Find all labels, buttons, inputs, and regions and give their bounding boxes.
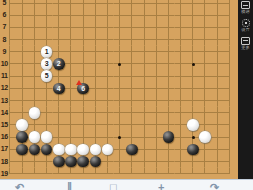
board-cell[interactable] [175, 58, 187, 70]
board-cell[interactable] [28, 82, 40, 94]
stone-black-numbered: 4 [53, 83, 65, 95]
board-cell[interactable] [89, 168, 101, 180]
board-cell[interactable] [89, 33, 101, 45]
stone-white [199, 131, 211, 143]
board-cell[interactable] [138, 119, 150, 131]
stone-white [29, 131, 41, 143]
board-cell[interactable] [114, 119, 126, 131]
board-cell[interactable] [175, 107, 187, 119]
board-cell[interactable] [16, 155, 28, 167]
board-cell[interactable] [150, 82, 162, 94]
board-cell[interactable] [89, 107, 101, 119]
board-cell[interactable] [65, 46, 77, 58]
stone-white [16, 119, 28, 131]
go-review-screen: 5678910111213141516171819123456 棋谱 设置 更多… [0, 0, 253, 190]
board-cell[interactable] [126, 9, 138, 21]
board-cell[interactable] [223, 119, 235, 131]
board-cell[interactable] [211, 155, 223, 167]
row-label: 19 [0, 170, 9, 178]
board-cell[interactable] [187, 21, 199, 33]
board-cell[interactable] [16, 168, 28, 180]
board-cell[interactable] [16, 94, 28, 106]
board-cell[interactable] [138, 143, 150, 155]
board-cell[interactable] [223, 155, 235, 167]
board-cell[interactable] [223, 70, 235, 82]
board-cell[interactable] [199, 33, 211, 45]
board-cell[interactable] [199, 82, 211, 94]
board-cell[interactable] [65, 70, 77, 82]
board-cell[interactable] [162, 168, 174, 180]
board-cell[interactable] [211, 21, 223, 33]
board-cell[interactable] [40, 21, 52, 33]
board-cell[interactable] [53, 131, 65, 143]
board-cell[interactable] [199, 46, 211, 58]
row-label: 17 [0, 145, 9, 153]
board-cell[interactable] [28, 119, 40, 131]
board-cell[interactable] [16, 107, 28, 119]
board-cell[interactable] [28, 155, 40, 167]
board-cell[interactable] [16, 46, 28, 58]
stone-white [65, 144, 77, 156]
board-cell[interactable] [187, 46, 199, 58]
board-cell[interactable] [162, 155, 174, 167]
board-cell[interactable] [114, 46, 126, 58]
stone-black [16, 131, 28, 143]
board-cell[interactable] [77, 21, 89, 33]
board-cell[interactable] [187, 82, 199, 94]
board-cell[interactable] [89, 46, 101, 58]
stone-white-numbered: 3 [41, 58, 53, 70]
board-cell[interactable] [138, 107, 150, 119]
board-cell[interactable] [65, 0, 77, 9]
board-cell[interactable] [40, 82, 52, 94]
board-cell[interactable] [223, 0, 235, 9]
board-cell[interactable] [53, 0, 65, 9]
board-cell[interactable] [223, 107, 235, 119]
board-cell[interactable] [150, 46, 162, 58]
board-cell[interactable] [175, 168, 187, 180]
board-cell[interactable] [162, 107, 174, 119]
row-label: 9 [0, 48, 9, 56]
board-cell[interactable] [28, 0, 40, 9]
board-cell[interactable] [223, 33, 235, 45]
board-cell[interactable] [150, 143, 162, 155]
board-cell[interactable] [126, 119, 138, 131]
board-cell[interactable] [40, 33, 52, 45]
board-cell[interactable] [199, 9, 211, 21]
board-cell[interactable] [114, 94, 126, 106]
board-cell[interactable] [65, 107, 77, 119]
board-cell[interactable] [126, 82, 138, 94]
stone-white-numbered: 1 [41, 46, 53, 58]
board-record-icon [241, 1, 250, 9]
board-cell[interactable] [89, 58, 101, 70]
board-cell[interactable] [175, 143, 187, 155]
board-cell[interactable] [28, 94, 40, 106]
stone-black-numbered: 2 [53, 58, 65, 70]
bottom-toolbar: ↶∥□+↷ [0, 179, 253, 190]
board-cell[interactable] [114, 0, 126, 9]
board-cell[interactable] [65, 33, 77, 45]
board-cell[interactable] [175, 9, 187, 21]
board-cell[interactable] [16, 82, 28, 94]
board-cell[interactable] [175, 70, 187, 82]
board-cell[interactable] [28, 168, 40, 180]
board-cell[interactable] [187, 168, 199, 180]
board-cell[interactable] [175, 119, 187, 131]
board-cell[interactable] [138, 82, 150, 94]
stone-white [53, 144, 65, 156]
board-cell[interactable] [77, 58, 89, 70]
board-cell[interactable] [223, 9, 235, 21]
board-cell[interactable] [114, 9, 126, 21]
board-cell[interactable] [114, 107, 126, 119]
board-cell[interactable] [126, 94, 138, 106]
stone-white [77, 144, 89, 156]
board-cell[interactable] [187, 70, 199, 82]
board-cell[interactable] [162, 33, 174, 45]
board-cell[interactable] [126, 58, 138, 70]
board-cell[interactable] [53, 107, 65, 119]
board-cell[interactable] [150, 119, 162, 131]
board-cell[interactable] [16, 21, 28, 33]
board-cell[interactable] [114, 168, 126, 180]
board-cell[interactable] [89, 82, 101, 94]
board-cell[interactable] [114, 21, 126, 33]
board-cell[interactable] [199, 70, 211, 82]
board-cell[interactable] [211, 70, 223, 82]
board-cell[interactable] [150, 33, 162, 45]
board-cell[interactable] [138, 46, 150, 58]
board-cell[interactable] [16, 0, 28, 9]
board-cell[interactable] [65, 82, 77, 94]
sidebar-item-more[interactable]: 更多 [238, 37, 253, 51]
board-cell[interactable] [126, 46, 138, 58]
board-cell[interactable] [89, 131, 101, 143]
board-cell[interactable] [211, 131, 223, 143]
row-label: 10 [0, 60, 9, 68]
board-cell[interactable] [126, 33, 138, 45]
board-cell[interactable] [199, 119, 211, 131]
board-cell[interactable] [40, 119, 52, 131]
board-cell[interactable] [89, 21, 101, 33]
board-cell[interactable] [126, 155, 138, 167]
board-cell[interactable] [150, 70, 162, 82]
board-cell[interactable] [150, 58, 162, 70]
board-cell[interactable] [53, 70, 65, 82]
board-cell[interactable] [150, 168, 162, 180]
pause-icon[interactable]: ∥ [67, 181, 73, 190]
undo-icon[interactable]: ↶ [15, 181, 24, 190]
sidebar-item-record[interactable]: 棋谱 [238, 1, 253, 15]
last-move-marker [76, 80, 82, 85]
tools-icon[interactable]: + [158, 181, 164, 190]
board-cell[interactable] [211, 168, 223, 180]
board-cell[interactable] [187, 94, 199, 106]
board-cell[interactable] [187, 0, 199, 9]
star-point [118, 63, 121, 66]
board-cell[interactable] [40, 94, 52, 106]
board-cell[interactable] [199, 94, 211, 106]
row-label: 15 [0, 121, 9, 129]
board-cell[interactable] [77, 0, 89, 9]
row-label: 14 [0, 109, 9, 117]
board-cell[interactable] [223, 143, 235, 155]
board-cell[interactable] [77, 9, 89, 21]
board-cell[interactable] [101, 155, 113, 167]
board-cell[interactable] [114, 82, 126, 94]
sidebar-item-label: 更多 [239, 45, 252, 50]
stop-square-icon[interactable]: □ [110, 181, 117, 190]
board-cell[interactable] [77, 168, 89, 180]
board-cell[interactable] [162, 58, 174, 70]
board-cell[interactable] [28, 70, 40, 82]
board-cell[interactable] [65, 21, 77, 33]
board-cell[interactable] [40, 0, 52, 9]
board-cell[interactable] [53, 33, 65, 45]
board-cell[interactable] [28, 58, 40, 70]
board-cell[interactable] [53, 9, 65, 21]
board-cell[interactable] [162, 46, 174, 58]
board-cell[interactable] [16, 33, 28, 45]
board-cell[interactable] [211, 46, 223, 58]
row-label: 6 [0, 11, 9, 19]
sidebar-item-settings[interactable]: 设置 [238, 19, 253, 33]
board-cell[interactable] [53, 119, 65, 131]
board-cell[interactable] [138, 0, 150, 9]
board-cell[interactable] [40, 107, 52, 119]
board-cell[interactable] [77, 131, 89, 143]
stone-black [126, 144, 138, 156]
board-cell[interactable] [89, 9, 101, 21]
board-cell[interactable] [138, 9, 150, 21]
board-cell[interactable] [162, 0, 174, 9]
board-cell[interactable] [162, 143, 174, 155]
board-cell[interactable] [150, 155, 162, 167]
board-cell[interactable] [126, 107, 138, 119]
board-cell[interactable] [16, 58, 28, 70]
board-cell[interactable] [65, 94, 77, 106]
board-cell[interactable] [211, 82, 223, 94]
more-icon [241, 37, 250, 45]
board-cell[interactable] [150, 0, 162, 9]
board-cell[interactable] [126, 168, 138, 180]
board-cell[interactable] [187, 9, 199, 21]
board-cell[interactable] [16, 9, 28, 21]
sidebar-item-label: 棋谱 [239, 9, 252, 14]
board-cell[interactable] [53, 94, 65, 106]
board-cell[interactable] [150, 107, 162, 119]
gear-icon [242, 19, 250, 27]
board-cell[interactable] [28, 46, 40, 58]
board-cell[interactable] [223, 58, 235, 70]
row-label: 11 [0, 72, 9, 80]
board-cell[interactable] [162, 70, 174, 82]
board-cell[interactable] [77, 46, 89, 58]
board-cell[interactable] [126, 21, 138, 33]
row-label: 18 [0, 158, 9, 166]
stone-white [187, 119, 199, 131]
board-cell[interactable] [77, 107, 89, 119]
board-cell[interactable] [138, 168, 150, 180]
board-cell[interactable] [199, 0, 211, 9]
board-cell[interactable] [77, 33, 89, 45]
board-cell[interactable] [175, 0, 187, 9]
board-cell[interactable] [138, 33, 150, 45]
board-cell[interactable] [162, 119, 174, 131]
board-cell[interactable] [223, 46, 235, 58]
board-cell[interactable] [150, 131, 162, 143]
board-cell[interactable] [199, 168, 211, 180]
board-cell[interactable] [89, 0, 101, 9]
row-label: 7 [0, 23, 9, 31]
board-cell[interactable] [138, 94, 150, 106]
board-cell[interactable] [114, 33, 126, 45]
board-cell[interactable] [101, 0, 113, 9]
board-cell[interactable] [211, 33, 223, 45]
sidebar-item-label: 设置 [239, 27, 252, 32]
board-cell[interactable] [114, 70, 126, 82]
stone-white [29, 107, 41, 119]
board-cell[interactable] [223, 21, 235, 33]
board-cell[interactable] [223, 168, 235, 180]
board-cell[interactable] [126, 0, 138, 9]
stone-black [65, 156, 77, 168]
board-cell[interactable] [199, 143, 211, 155]
board-cell[interactable] [126, 70, 138, 82]
board-cell[interactable] [211, 9, 223, 21]
board-cell[interactable] [101, 70, 113, 82]
board-cell[interactable] [138, 70, 150, 82]
board-cell[interactable] [211, 0, 223, 9]
star-point [192, 63, 195, 66]
board-cell[interactable] [162, 9, 174, 21]
board-cell[interactable] [89, 119, 101, 131]
row-label: 8 [0, 36, 9, 44]
board-cell[interactable] [175, 155, 187, 167]
board-cell[interactable] [138, 131, 150, 143]
board-cell[interactable] [211, 143, 223, 155]
board-cell[interactable] [101, 9, 113, 21]
board-cell[interactable] [101, 94, 113, 106]
board-cell[interactable] [199, 155, 211, 167]
board-cell[interactable] [162, 82, 174, 94]
star-point [192, 136, 195, 139]
board-cell[interactable] [199, 107, 211, 119]
stone-black [16, 144, 28, 156]
board-cell[interactable] [175, 33, 187, 45]
stone-black [53, 156, 65, 168]
stone-black [187, 144, 199, 156]
board-cell[interactable] [101, 119, 113, 131]
board-cell[interactable] [101, 82, 113, 94]
board-cell[interactable] [187, 155, 199, 167]
board-cell[interactable] [101, 33, 113, 45]
board-cell[interactable] [223, 82, 235, 94]
board-cell[interactable] [65, 119, 77, 131]
board-cell[interactable] [65, 131, 77, 143]
board-cell[interactable] [65, 58, 77, 70]
row-label: 16 [0, 133, 9, 141]
board-cell[interactable] [138, 58, 150, 70]
board-cell[interactable] [199, 21, 211, 33]
board-cell[interactable] [175, 82, 187, 94]
board-cell[interactable] [65, 9, 77, 21]
board-cell[interactable] [101, 46, 113, 58]
board-cell[interactable] [211, 94, 223, 106]
go-board[interactable]: 5678910111213141516171819123456 [0, 0, 238, 180]
board-cell[interactable] [77, 94, 89, 106]
board-cell[interactable] [114, 143, 126, 155]
board-cell[interactable] [162, 94, 174, 106]
board-cell[interactable] [138, 155, 150, 167]
row-label: 5 [0, 0, 9, 7]
board-cell[interactable] [150, 9, 162, 21]
board-cell[interactable] [40, 155, 52, 167]
board-cell[interactable] [53, 46, 65, 58]
board-cell[interactable] [126, 131, 138, 143]
board-cell[interactable] [53, 21, 65, 33]
board-cell[interactable] [40, 168, 52, 180]
redo-icon[interactable]: ↷ [210, 181, 219, 190]
board-cell[interactable] [101, 131, 113, 143]
board-cell[interactable] [53, 168, 65, 180]
board-cell[interactable] [16, 70, 28, 82]
board-cell[interactable] [162, 21, 174, 33]
board-cell[interactable] [138, 21, 150, 33]
board-cell[interactable] [101, 168, 113, 180]
board-cell[interactable] [89, 94, 101, 106]
board-cell[interactable] [77, 119, 89, 131]
board-cell[interactable] [175, 21, 187, 33]
row-label: 12 [0, 84, 9, 92]
board-cell[interactable] [175, 94, 187, 106]
board-cell[interactable] [211, 58, 223, 70]
board-cell[interactable] [187, 33, 199, 45]
board-cell[interactable] [28, 21, 40, 33]
board-cell[interactable] [101, 107, 113, 119]
board-cell[interactable] [175, 46, 187, 58]
board-cell[interactable] [89, 70, 101, 82]
board-cell[interactable] [101, 21, 113, 33]
board-cell[interactable] [199, 58, 211, 70]
board-cell[interactable] [211, 119, 223, 131]
board-cell[interactable] [40, 9, 52, 21]
row-label: 13 [0, 97, 9, 105]
board-cell[interactable] [223, 131, 235, 143]
right-sidebar: 棋谱 设置 更多 [238, 0, 253, 180]
board-cell[interactable] [150, 21, 162, 33]
board-cell[interactable] [101, 58, 113, 70]
board-cell[interactable] [175, 131, 187, 143]
board-cell[interactable] [65, 168, 77, 180]
board-cell[interactable] [187, 107, 199, 119]
board-cell[interactable] [28, 33, 40, 45]
board-cell[interactable] [223, 94, 235, 106]
board-cell[interactable] [114, 155, 126, 167]
board-cell[interactable] [28, 9, 40, 21]
board-cell[interactable] [150, 94, 162, 106]
board-cell[interactable] [211, 107, 223, 119]
